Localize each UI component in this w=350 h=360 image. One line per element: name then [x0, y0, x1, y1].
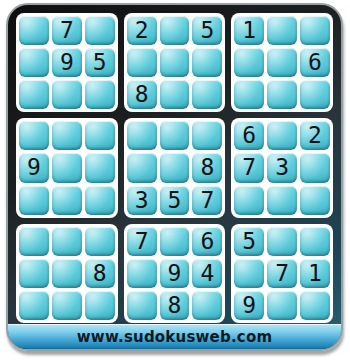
sudoku-cell[interactable]	[52, 153, 82, 182]
sudoku-cell[interactable]	[192, 80, 222, 109]
sudoku-cell[interactable]	[19, 16, 49, 45]
sudoku-cell[interactable]	[52, 186, 82, 215]
sudoku-cell[interactable]	[267, 48, 297, 77]
sudoku-cell[interactable]	[52, 291, 82, 320]
sudoku-cell[interactable]	[52, 80, 82, 109]
sudoku-cell[interactable]	[267, 80, 297, 109]
sudoku-cell[interactable]: 7	[52, 16, 82, 45]
sudoku-cell[interactable]	[267, 227, 297, 256]
sudoku-cell[interactable]	[234, 48, 264, 77]
sudoku-cell[interactable]	[85, 227, 115, 256]
sudoku-cell[interactable]: 3	[267, 153, 297, 182]
sudoku-cell[interactable]: 7	[192, 186, 222, 215]
sudoku-cell[interactable]: 5	[192, 16, 222, 45]
sudoku-block: 5719	[231, 224, 333, 323]
sudoku-cell[interactable]: 8	[127, 80, 157, 109]
sudoku-cell[interactable]: 9	[160, 259, 190, 288]
sudoku-cell[interactable]	[85, 80, 115, 109]
sudoku-cell[interactable]: 2	[300, 121, 330, 150]
sudoku-cell[interactable]	[300, 153, 330, 182]
sudoku-cell[interactable]	[85, 121, 115, 150]
sudoku-cell[interactable]	[19, 48, 49, 77]
sudoku-cell[interactable]	[192, 48, 222, 77]
sudoku-cell[interactable]	[300, 291, 330, 320]
sudoku-cell[interactable]	[267, 186, 297, 215]
page-background: 795258169835762738769485719 www.sudokusw…	[0, 0, 350, 360]
sudoku-cell[interactable]	[300, 16, 330, 45]
sudoku-cell[interactable]	[85, 153, 115, 182]
sudoku-cell[interactable]	[160, 227, 190, 256]
sudoku-cell[interactable]	[300, 227, 330, 256]
sudoku-block: 8357	[124, 118, 226, 217]
sudoku-cell[interactable]: 8	[192, 153, 222, 182]
sudoku-cell[interactable]: 8	[160, 291, 190, 320]
sudoku-cell[interactable]	[160, 121, 190, 150]
sudoku-cell[interactable]: 3	[127, 186, 157, 215]
sudoku-cell[interactable]: 5	[85, 48, 115, 77]
sudoku-cell[interactable]	[127, 291, 157, 320]
sudoku-cell[interactable]: 9	[19, 153, 49, 182]
sudoku-cell[interactable]: 9	[52, 48, 82, 77]
sudoku-cell[interactable]	[19, 227, 49, 256]
sudoku-cell[interactable]: 6	[300, 48, 330, 77]
sudoku-cell[interactable]: 5	[234, 227, 264, 256]
sudoku-cell[interactable]	[160, 153, 190, 182]
sudoku-cell[interactable]	[160, 80, 190, 109]
sudoku-cell[interactable]	[160, 48, 190, 77]
sudoku-cell[interactable]: 4	[192, 259, 222, 288]
sudoku-cell[interactable]	[127, 48, 157, 77]
sudoku-cell[interactable]	[234, 259, 264, 288]
sudoku-block: 6273	[231, 118, 333, 217]
sudoku-cell[interactable]	[19, 186, 49, 215]
footer-strip: www.sudokusweb.com	[8, 324, 341, 349]
sudoku-cell[interactable]	[52, 227, 82, 256]
sudoku-cell[interactable]	[267, 291, 297, 320]
sudoku-cell[interactable]	[19, 121, 49, 150]
sudoku-cell[interactable]	[127, 121, 157, 150]
sudoku-block: 795	[16, 13, 118, 112]
sudoku-cell[interactable]	[85, 291, 115, 320]
sudoku-cell[interactable]	[85, 186, 115, 215]
sudoku-cell[interactable]	[52, 259, 82, 288]
site-link[interactable]: www.sudokusweb.com	[77, 328, 272, 346]
sudoku-cell[interactable]	[234, 80, 264, 109]
sudoku-cell[interactable]: 7	[127, 227, 157, 256]
sudoku-blocks: 795258169835762738769485719	[16, 13, 333, 323]
sudoku-cell[interactable]	[160, 16, 190, 45]
sudoku-cell[interactable]	[234, 186, 264, 215]
sudoku-board: 795258169835762738769485719 www.sudokusw…	[6, 3, 343, 351]
sudoku-cell[interactable]: 1	[300, 259, 330, 288]
sudoku-cell[interactable]	[300, 80, 330, 109]
sudoku-cell[interactable]	[267, 16, 297, 45]
sudoku-cell[interactable]	[300, 186, 330, 215]
sudoku-block: 76948	[124, 224, 226, 323]
sudoku-block: 8	[16, 224, 118, 323]
sudoku-cell[interactable]	[19, 291, 49, 320]
sudoku-cell[interactable]	[85, 16, 115, 45]
sudoku-block: 16	[231, 13, 333, 112]
sudoku-cell[interactable]: 9	[234, 291, 264, 320]
sudoku-cell[interactable]	[267, 121, 297, 150]
sudoku-cell[interactable]	[192, 291, 222, 320]
sudoku-cell[interactable]: 6	[192, 227, 222, 256]
sudoku-cell[interactable]: 6	[234, 121, 264, 150]
sudoku-cell[interactable]: 7	[234, 153, 264, 182]
sudoku-cell[interactable]: 8	[85, 259, 115, 288]
sudoku-cell[interactable]	[52, 121, 82, 150]
sudoku-cell[interactable]: 7	[267, 259, 297, 288]
sudoku-cell[interactable]	[127, 153, 157, 182]
sudoku-cell[interactable]	[19, 80, 49, 109]
sudoku-block: 258	[124, 13, 226, 112]
sudoku-block: 9	[16, 118, 118, 217]
sudoku-cell[interactable]: 5	[160, 186, 190, 215]
sudoku-cell[interactable]	[192, 121, 222, 150]
sudoku-cell[interactable]	[127, 259, 157, 288]
sudoku-cell[interactable]: 2	[127, 16, 157, 45]
sudoku-cell[interactable]	[19, 259, 49, 288]
sudoku-cell[interactable]: 1	[234, 16, 264, 45]
